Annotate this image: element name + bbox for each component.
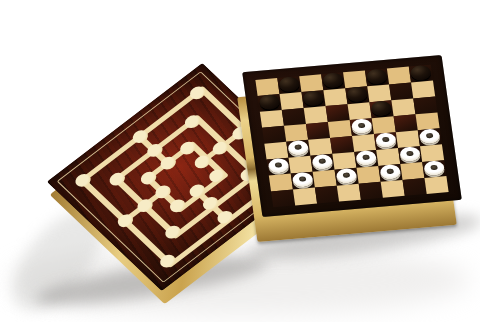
- checkers-square-r5c3: [332, 152, 356, 170]
- white-ring-hole: [406, 151, 414, 157]
- checkers-square-r7c4: [359, 182, 383, 200]
- checkers-square-r7c2: [315, 186, 339, 204]
- checkers-piece-white-ring: [287, 140, 309, 156]
- checkers-square-r0c3: [321, 72, 345, 90]
- checkers-square-r7c7: [424, 176, 448, 194]
- checkers-square-r2c5: [369, 100, 393, 118]
- checkers-piece-white-ring: [375, 132, 397, 148]
- checkers-board-face: [242, 55, 462, 217]
- checkers-piece-white-ring: [399, 146, 421, 162]
- checkers-piece-white-ring: [355, 150, 377, 166]
- checkers-board: [252, 36, 452, 236]
- checkers-square-r6c2: [313, 170, 337, 188]
- checkers-piece-white-ring: [423, 160, 445, 176]
- checkers-square-r1c3: [323, 88, 347, 106]
- checkers-piece-white-ring: [292, 172, 314, 188]
- product-photo-scene: [0, 0, 480, 322]
- checkers-piece-white-ring: [419, 128, 441, 144]
- checkers-square-r0c0: [255, 78, 279, 96]
- white-ring-hole: [343, 172, 351, 178]
- checkers-square-r4c4: [352, 134, 376, 152]
- checkers-square-r7c6: [403, 178, 427, 196]
- white-ring-hole: [430, 165, 438, 171]
- checkers-piece-white-ring: [351, 118, 373, 134]
- checkers-square-r7c1: [293, 188, 317, 206]
- checkers-piece-black: [410, 65, 432, 81]
- checkers-square-r7c5: [381, 180, 405, 198]
- checkers-piece-black: [322, 72, 344, 88]
- white-ring-hole: [294, 144, 302, 150]
- white-ring-hole: [362, 155, 370, 161]
- checkers-piece-white-ring: [268, 158, 290, 174]
- checkers-piece-black: [366, 68, 388, 84]
- checkers-piece-black: [302, 90, 324, 106]
- checkers-square-r7c0: [271, 190, 295, 208]
- checkers-square-r5c6: [398, 146, 422, 164]
- checkers-square-r4c7: [418, 128, 442, 146]
- checkers-square-r3c5: [372, 116, 396, 134]
- checkers-grid: [255, 65, 448, 208]
- checkers-piece-black: [370, 100, 392, 116]
- white-ring-hole: [299, 176, 307, 182]
- white-ring-hole: [382, 137, 390, 143]
- white-ring-hole: [318, 158, 326, 164]
- checkers-square-r3c1: [284, 124, 308, 142]
- white-ring-hole: [275, 162, 283, 168]
- white-ring-hole: [386, 169, 394, 175]
- checkers-square-r6c6: [400, 162, 424, 180]
- checkers-square-r1c2: [301, 90, 325, 108]
- checkers-piece-white-ring: [311, 154, 333, 170]
- checkers-square-r2c2: [304, 106, 328, 124]
- checkers-piece-white-ring: [379, 164, 401, 180]
- checkers-piece-white-ring: [336, 168, 358, 184]
- checkers-piece-black: [259, 94, 281, 110]
- white-ring-hole: [426, 133, 434, 139]
- checkers-square-r0c7: [409, 65, 433, 83]
- checkers-square-r1c6: [389, 82, 413, 100]
- white-ring-hole: [358, 123, 366, 129]
- checkers-square-r7c3: [337, 184, 361, 202]
- checkers-square-r4c0: [264, 142, 288, 160]
- checkers-piece-black: [278, 76, 300, 92]
- checkers-piece-black: [346, 86, 368, 102]
- checkers-square-r3c4: [350, 118, 374, 136]
